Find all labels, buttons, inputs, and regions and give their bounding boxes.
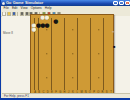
open-file-button[interactable] — [7, 12, 11, 16]
open-file-icon — [8, 12, 10, 14]
first-move-icon — [21, 12, 23, 14]
white-stone[interactable]: ● — [45, 15, 50, 21]
black-stone[interactable]: ● — [53, 19, 58, 25]
toolbar-separator — [17, 12, 19, 16]
maximize-button[interactable]: □ — [119, 1, 124, 5]
white-stone[interactable]: ● — [32, 27, 37, 33]
prev-move-icon — [26, 12, 28, 14]
star-point — [46, 77, 47, 78]
first-move-button[interactable] — [20, 12, 24, 16]
save-file-icon — [13, 12, 15, 14]
star-point — [72, 77, 73, 78]
black-stone-marker: ■ — [113, 45, 115, 49]
white-stone-marker: ○ — [112, 30, 114, 34]
status-bar: For Help, press F1 — [2, 93, 130, 98]
status-text: For Help, press F1 — [4, 94, 29, 98]
app-icon — [2, 2, 5, 5]
new-game-icon — [3, 12, 5, 14]
app-window: Go Game Simulator _ □ x FileEditViewOpti… — [0, 0, 130, 100]
new-game-button[interactable] — [2, 12, 6, 16]
star-point — [72, 53, 73, 54]
minimize-button[interactable]: _ — [113, 1, 118, 5]
board-grid[interactable]: ●●●●●●●● — [34, 18, 112, 90]
star-point — [98, 29, 99, 30]
close-button[interactable]: x — [125, 1, 130, 5]
star-point — [72, 29, 73, 30]
star-point — [98, 77, 99, 78]
client-area: Move 8 ●●●●●●●● ABCDEFGHJKLMNOPQRST ○ ■ — [2, 16, 130, 93]
save-file-button[interactable] — [12, 12, 16, 16]
star-point — [98, 53, 99, 54]
move-counter-label: Move 8 — [3, 31, 13, 35]
black-stone[interactable]: ● — [45, 23, 50, 29]
go-board[interactable]: ●●●●●●●● ABCDEFGHJKLMNOPQRST — [30, 14, 114, 94]
prev-move-button[interactable] — [25, 12, 29, 16]
star-point — [46, 53, 47, 54]
star-point — [46, 29, 47, 30]
